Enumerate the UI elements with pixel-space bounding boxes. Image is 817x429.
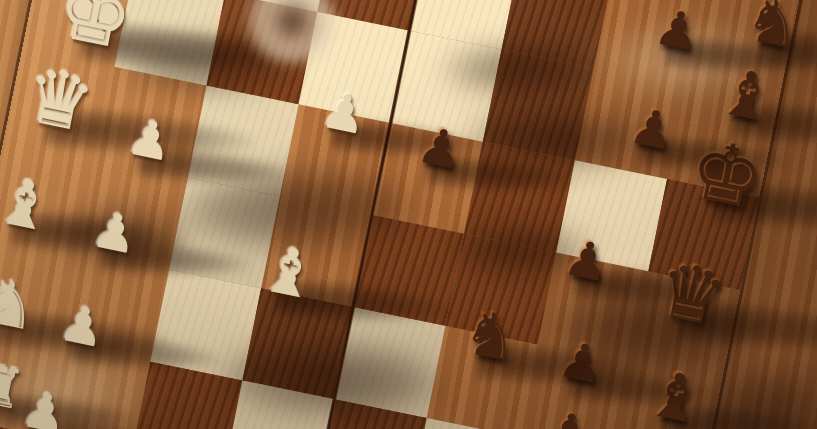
piece-black-bishop: ♝ [747, 95, 748, 96]
piece-black-knight: ♞ [773, 23, 774, 24]
square-b6 [483, 50, 594, 161]
piece-white-pawn: ♟ [150, 140, 151, 141]
black-pawn-glyph: ♟ [542, 404, 596, 429]
piece-white-knight: ♞ [9, 304, 10, 305]
piece-white-bishop: ♝ [25, 204, 26, 205]
piece-white-pawn: ♟ [82, 326, 83, 327]
chess-board-photo: ♚♛♝♞♜♟♟♟♟♟♝♞♝♚♛♝♟♟♟♟♟♟♞ [0, 0, 817, 429]
piece-white-pawn: ♟ [44, 412, 45, 413]
piece-black-pawn: ♟ [652, 129, 653, 130]
piece-white-queen: ♛ [59, 100, 60, 101]
piece-black-pawn: ♟ [587, 260, 588, 261]
piece-black-knight: ♞ [491, 336, 492, 337]
piece-black-king: ♚ [727, 174, 728, 175]
board: ♚♛♝♞♜♟♟♟♟♟♝♞♝♚♛♝♟♟♟♟♟♟♞ [0, 0, 815, 429]
piece-white-king: ♚ [95, 14, 96, 15]
piece-white-bishop: ♝ [289, 272, 290, 273]
piece-black-pawn: ♟ [440, 148, 441, 149]
piece-black-pawn: ♟ [677, 30, 678, 31]
white-pawn-glyph: ♟ [18, 384, 72, 429]
piece-white-pawn: ♟ [115, 233, 116, 234]
piece-white-rook: ♜ [0, 387, 1, 388]
piece-white-pawn: ♟ [344, 113, 345, 114]
